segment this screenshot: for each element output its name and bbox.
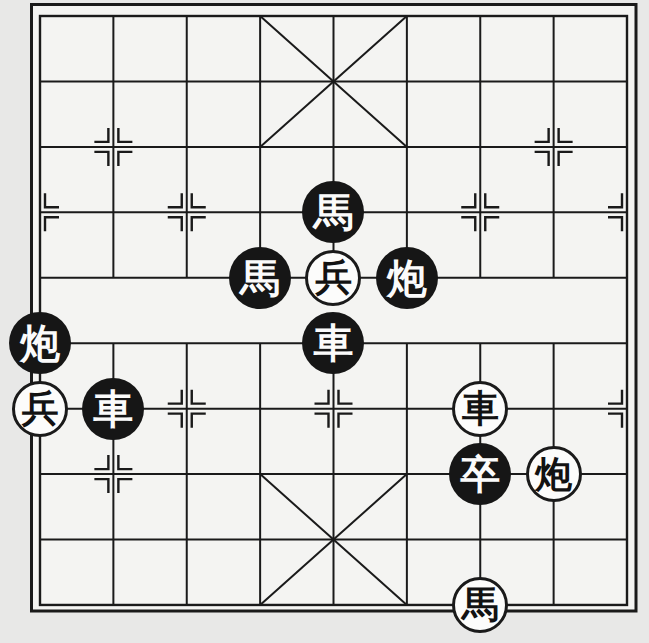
piece-red-cannon-1[interactable]: 炮 — [526, 446, 582, 502]
piece-black-cannon-2[interactable]: 炮 — [9, 312, 71, 374]
pieces-layer: 馬馬兵炮炮車兵車車卒炮馬 — [3, 0, 649, 638]
piece-black-soldier-1[interactable]: 卒 — [449, 443, 511, 505]
board-intersection-f6r5: 炮 — [370, 245, 443, 310]
piece-black-horse-1[interactable]: 馬 — [302, 181, 364, 243]
board-intersection-f2r7: 車 — [77, 376, 150, 441]
piece-red-chariot-1[interactable]: 車 — [452, 381, 508, 437]
board-intersection-f5r4: 馬 — [297, 180, 370, 245]
piece-red-horse-1[interactable]: 馬 — [452, 577, 508, 633]
piece-black-horse-2[interactable]: 馬 — [229, 247, 291, 309]
page-background: 馬馬兵炮炮車兵車車卒炮馬 — [0, 0, 649, 643]
piece-black-cannon-1[interactable]: 炮 — [376, 247, 438, 309]
board-intersection-f7r8: 卒 — [444, 441, 517, 506]
board-intersection-f5r5: 兵 — [297, 245, 370, 310]
board-intersection-f7r7: 車 — [444, 376, 517, 441]
piece-red-soldier-2[interactable]: 兵 — [12, 381, 68, 437]
board-intersection-f7r10: 馬 — [444, 572, 517, 637]
board-intersection-f5r6: 車 — [297, 311, 370, 376]
piece-black-chariot-1[interactable]: 車 — [302, 312, 364, 374]
piece-black-chariot-2[interactable]: 車 — [82, 378, 144, 440]
board-intersection-f1r6: 炮 — [3, 311, 76, 376]
board-intersection-f1r7: 兵 — [3, 376, 76, 441]
board-intersection-f4r5: 馬 — [223, 245, 296, 310]
piece-red-soldier-1[interactable]: 兵 — [305, 250, 361, 306]
board-intersection-f8r8: 炮 — [517, 441, 590, 506]
